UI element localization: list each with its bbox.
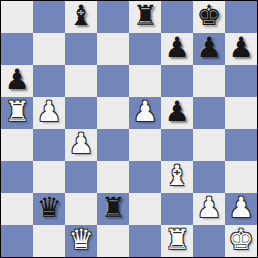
piece-black-king[interactable]: ♚ <box>196 1 221 32</box>
piece-black-rook[interactable]: ♜ <box>132 1 157 32</box>
square-d3[interactable] <box>97 161 129 193</box>
square-d6[interactable] <box>97 65 129 97</box>
piece-white-king[interactable]: ♚ <box>228 225 253 256</box>
square-h3[interactable] <box>225 161 257 193</box>
square-f8[interactable] <box>161 1 193 33</box>
square-e5[interactable]: ♟ <box>129 97 161 129</box>
piece-white-pawn[interactable]: ♟ <box>36 97 61 128</box>
square-h6[interactable] <box>225 65 257 97</box>
piece-black-pawn[interactable]: ♟ <box>196 33 221 64</box>
square-h8[interactable] <box>225 1 257 33</box>
square-h4[interactable] <box>225 129 257 161</box>
square-d2[interactable]: ♜ <box>97 193 129 225</box>
square-b7[interactable] <box>33 33 65 65</box>
square-a5[interactable]: ♜ <box>1 97 33 129</box>
square-d4[interactable] <box>97 129 129 161</box>
square-c1[interactable]: ♛ <box>65 225 97 257</box>
square-b3[interactable] <box>33 161 65 193</box>
square-a4[interactable] <box>1 129 33 161</box>
square-a1[interactable] <box>1 225 33 257</box>
square-c2[interactable] <box>65 193 97 225</box>
piece-black-rook[interactable]: ♜ <box>100 193 125 224</box>
square-e8[interactable]: ♜ <box>129 1 161 33</box>
square-d7[interactable] <box>97 33 129 65</box>
square-a2[interactable] <box>1 193 33 225</box>
piece-white-bishop[interactable]: ♝ <box>164 161 189 192</box>
square-e2[interactable] <box>129 193 161 225</box>
piece-black-bishop[interactable]: ♝ <box>68 1 93 32</box>
square-e3[interactable] <box>129 161 161 193</box>
square-c4[interactable]: ♟ <box>65 129 97 161</box>
piece-black-pawn[interactable]: ♟ <box>4 65 29 96</box>
square-c3[interactable] <box>65 161 97 193</box>
square-d8[interactable] <box>97 1 129 33</box>
square-g6[interactable] <box>193 65 225 97</box>
square-d1[interactable] <box>97 225 129 257</box>
square-b5[interactable]: ♟ <box>33 97 65 129</box>
square-g4[interactable] <box>193 129 225 161</box>
piece-black-pawn[interactable]: ♟ <box>164 97 189 128</box>
square-f7[interactable]: ♟ <box>161 33 193 65</box>
square-f1[interactable]: ♜ <box>161 225 193 257</box>
square-e6[interactable] <box>129 65 161 97</box>
square-a3[interactable] <box>1 161 33 193</box>
square-g7[interactable]: ♟ <box>193 33 225 65</box>
square-d5[interactable] <box>97 97 129 129</box>
square-f3[interactable]: ♝ <box>161 161 193 193</box>
chess-board: ♝♜♚♟♟♟♟♜♟♟♟♟♝♛♜♟♟♛♜♚ <box>0 0 258 258</box>
square-h5[interactable] <box>225 97 257 129</box>
square-g1[interactable] <box>193 225 225 257</box>
square-g8[interactable]: ♚ <box>193 1 225 33</box>
square-h2[interactable]: ♟ <box>225 193 257 225</box>
square-h1[interactable]: ♚ <box>225 225 257 257</box>
square-e4[interactable] <box>129 129 161 161</box>
square-c5[interactable] <box>65 97 97 129</box>
square-h7[interactable]: ♟ <box>225 33 257 65</box>
square-e7[interactable] <box>129 33 161 65</box>
square-c8[interactable]: ♝ <box>65 1 97 33</box>
square-f4[interactable] <box>161 129 193 161</box>
square-b4[interactable] <box>33 129 65 161</box>
square-b6[interactable] <box>33 65 65 97</box>
square-c6[interactable] <box>65 65 97 97</box>
piece-white-queen[interactable]: ♛ <box>68 225 93 256</box>
piece-white-rook[interactable]: ♜ <box>4 97 29 128</box>
square-b2[interactable]: ♛ <box>33 193 65 225</box>
piece-white-pawn[interactable]: ♟ <box>228 193 253 224</box>
piece-white-pawn[interactable]: ♟ <box>68 129 93 160</box>
square-f2[interactable] <box>161 193 193 225</box>
piece-black-queen[interactable]: ♛ <box>36 193 61 224</box>
piece-white-pawn[interactable]: ♟ <box>196 193 221 224</box>
square-a8[interactable] <box>1 1 33 33</box>
square-b8[interactable] <box>33 1 65 33</box>
square-a6[interactable]: ♟ <box>1 65 33 97</box>
square-c7[interactable] <box>65 33 97 65</box>
square-g2[interactable]: ♟ <box>193 193 225 225</box>
piece-black-pawn[interactable]: ♟ <box>164 33 189 64</box>
square-g3[interactable] <box>193 161 225 193</box>
square-b1[interactable] <box>33 225 65 257</box>
square-e1[interactable] <box>129 225 161 257</box>
piece-black-pawn[interactable]: ♟ <box>228 33 253 64</box>
piece-white-pawn[interactable]: ♟ <box>132 97 157 128</box>
piece-white-rook[interactable]: ♜ <box>164 225 189 256</box>
square-f5[interactable]: ♟ <box>161 97 193 129</box>
square-a7[interactable] <box>1 33 33 65</box>
square-f6[interactable] <box>161 65 193 97</box>
square-g5[interactable] <box>193 97 225 129</box>
